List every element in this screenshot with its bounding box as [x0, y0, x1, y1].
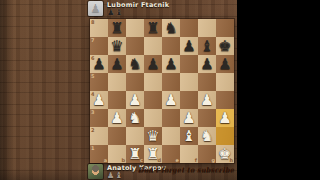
top-player-bar: ♟ Lubomir Ftacnik ♟♝ [88, 1, 169, 17]
file-label-h: h [229, 158, 233, 163]
piece-black-K-h7: ♚ [218, 37, 231, 55]
square-h4[interactable] [216, 91, 234, 109]
square-h5[interactable] [216, 73, 234, 91]
piece-white-N-c3: ♞ [128, 109, 141, 127]
piece-black-P-b6: ♟ [110, 55, 123, 73]
square-f8[interactable] [180, 19, 198, 37]
square-b8[interactable]: ♜ [108, 19, 126, 37]
square-d4[interactable] [144, 91, 162, 109]
piece-white-P-f3: ♟ [182, 109, 195, 127]
file-label-f: f [195, 158, 197, 163]
piece-black-Q-b7: ♛ [110, 37, 123, 55]
square-f6[interactable] [180, 55, 198, 73]
rank-label-4: 4 [91, 92, 94, 97]
square-a5[interactable]: 5 [90, 73, 108, 91]
file-label-a: a [104, 158, 107, 163]
square-e8[interactable]: ♞ [162, 19, 180, 37]
square-b5[interactable] [108, 73, 126, 91]
square-d5[interactable] [144, 73, 162, 91]
square-e7[interactable] [162, 37, 180, 55]
square-e4[interactable]: ♟ [162, 91, 180, 109]
pawn-icon: ♟ [91, 3, 101, 14]
piece-black-P-f7: ♟ [182, 37, 195, 55]
top-player-captured-pieces: ♟♝ [107, 9, 169, 17]
square-a7[interactable]: 7 [90, 37, 108, 55]
piece-white-P-c4: ♟ [128, 91, 141, 109]
square-f5[interactable] [180, 73, 198, 91]
chess-board[interactable]: 8♜♜♞7♛♟♝♚6♟♟♞♟♟♟♟54♟♟♟♟3♟♞♟♟2♛♝♞1abc♜d♜e… [90, 19, 234, 163]
square-g3[interactable] [198, 109, 216, 127]
square-h3[interactable]: ♟ [216, 109, 234, 127]
square-e6[interactable]: ♟ [162, 55, 180, 73]
square-h1[interactable]: h♚ [216, 145, 234, 163]
square-a4[interactable]: 4♟ [90, 91, 108, 109]
rank-label-3: 3 [91, 110, 94, 115]
square-c8[interactable] [126, 19, 144, 37]
piece-white-P-g4: ♟ [200, 91, 213, 109]
square-d2[interactable]: ♛ [144, 127, 162, 145]
square-f7[interactable]: ♟ [180, 37, 198, 55]
rank-label-8: 8 [91, 20, 94, 25]
square-f1[interactable]: f [180, 145, 198, 163]
rank-label-1: 1 [91, 146, 94, 151]
piece-black-P-e6: ♟ [164, 55, 177, 73]
square-d7[interactable] [144, 37, 162, 55]
top-player-avatar[interactable]: ♟ [88, 1, 103, 16]
square-a6[interactable]: 6♟ [90, 55, 108, 73]
file-label-c: c [140, 158, 143, 163]
letterbox-bar [237, 0, 320, 180]
piece-white-N-g2: ♞ [200, 127, 213, 145]
square-a2[interactable]: 2 [90, 127, 108, 145]
piece-black-P-h6: ♟ [218, 55, 231, 73]
square-c1[interactable]: c♜ [126, 145, 144, 163]
square-e3[interactable] [162, 109, 180, 127]
square-g5[interactable] [198, 73, 216, 91]
game-area: ♟ Lubomir Ftacnik ♟♝ 8♜♜♞7♛♟♝♚6♟♟♞♟♟♟♟54… [0, 0, 237, 180]
square-e5[interactable] [162, 73, 180, 91]
piece-black-P-d6: ♟ [146, 55, 159, 73]
square-c7[interactable] [126, 37, 144, 55]
bottom-player-avatar[interactable] [88, 164, 103, 179]
rank-label-2: 2 [91, 128, 94, 133]
square-f2[interactable]: ♝ [180, 127, 198, 145]
square-g6[interactable]: ♟ [198, 55, 216, 73]
square-d8[interactable]: ♜ [144, 19, 162, 37]
square-f4[interactable] [180, 91, 198, 109]
file-label-e: e [176, 158, 179, 163]
piece-white-P-e4: ♟ [164, 91, 177, 109]
square-g8[interactable] [198, 19, 216, 37]
piece-black-R-b8: ♜ [110, 19, 123, 37]
square-b7[interactable]: ♛ [108, 37, 126, 55]
piece-black-R-d8: ♜ [146, 19, 159, 37]
square-a3[interactable]: 3 [90, 109, 108, 127]
square-h7[interactable]: ♚ [216, 37, 234, 55]
square-g4[interactable]: ♟ [198, 91, 216, 109]
file-label-b: b [121, 158, 125, 163]
piece-black-B-g7: ♝ [200, 37, 213, 55]
piece-white-B-f2: ♝ [182, 127, 195, 145]
rank-label-5: 5 [91, 74, 94, 79]
square-d6[interactable]: ♟ [144, 55, 162, 73]
piece-black-P-g6: ♟ [200, 55, 213, 73]
square-g7[interactable]: ♝ [198, 37, 216, 55]
square-c6[interactable]: ♞ [126, 55, 144, 73]
square-e1[interactable]: e [162, 145, 180, 163]
square-f3[interactable]: ♟ [180, 109, 198, 127]
subscribe-caption: Don't forget to subscribe [138, 166, 234, 174]
square-d1[interactable]: d♜ [144, 145, 162, 163]
square-b6[interactable]: ♟ [108, 55, 126, 73]
square-c4[interactable]: ♟ [126, 91, 144, 109]
square-e2[interactable] [162, 127, 180, 145]
square-b4[interactable] [108, 91, 126, 109]
square-h8[interactable] [216, 19, 234, 37]
square-c2[interactable] [126, 127, 144, 145]
piece-white-P-h3: ♟ [218, 109, 231, 127]
square-b2[interactable] [108, 127, 126, 145]
square-b3[interactable]: ♟ [108, 109, 126, 127]
piece-white-P-b3: ♟ [110, 109, 123, 127]
piece-white-Q-d2: ♛ [146, 127, 159, 145]
rank-label-7: 7 [91, 38, 94, 43]
square-g1[interactable]: g [198, 145, 216, 163]
square-c5[interactable] [126, 73, 144, 91]
square-a1[interactable]: 1a [90, 145, 108, 163]
square-d3[interactable] [144, 109, 162, 127]
file-label-g: g [211, 158, 215, 163]
square-h2[interactable] [216, 127, 234, 145]
square-b1[interactable]: b [108, 145, 126, 163]
square-c3[interactable]: ♞ [126, 109, 144, 127]
piece-black-N-e8: ♞ [164, 19, 177, 37]
video-frame: ♟ Lubomir Ftacnik ♟♝ 8♜♜♞7♛♟♝♚6♟♟♞♟♟♟♟54… [0, 0, 320, 180]
square-a8[interactable]: 8 [90, 19, 108, 37]
piece-black-N-c6: ♞ [128, 55, 141, 73]
square-g2[interactable]: ♞ [198, 127, 216, 145]
square-h6[interactable]: ♟ [216, 55, 234, 73]
file-label-d: d [157, 158, 161, 163]
rank-label-6: 6 [91, 56, 94, 61]
